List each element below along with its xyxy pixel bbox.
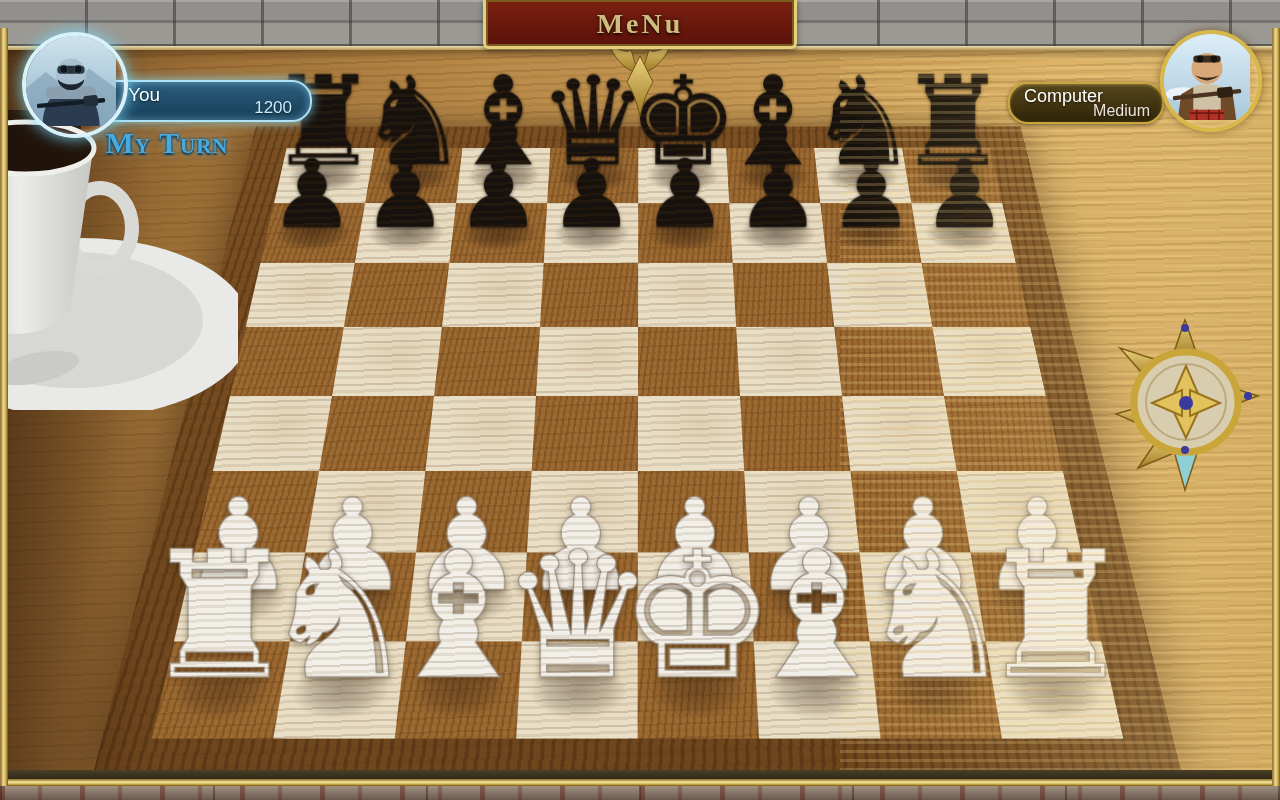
square-h5[interactable] (932, 327, 1046, 396)
piece-white-rook-h1[interactable]: ♜ (986, 641, 1124, 738)
gold-frame-bottom (0, 779, 1280, 786)
player-you-name: You (128, 84, 160, 106)
square-f6[interactable] (733, 263, 835, 327)
square-f5[interactable] (736, 327, 842, 396)
square-e6[interactable] (638, 263, 736, 327)
table-near-edge (0, 770, 1280, 779)
square-c4[interactable] (425, 396, 536, 471)
square-c6[interactable] (442, 263, 544, 327)
player-you-rating: 1200 (254, 98, 292, 118)
square-h4[interactable] (944, 396, 1063, 471)
game-scene: ♜♞♝♛♚♝♞♜♟♟♟♟♟♟♟♟♟♟♟♟♟♟♟♟♜♞♝♛♚♝♞♜ (0, 0, 1280, 800)
square-g6[interactable] (827, 263, 932, 327)
menu-button[interactable]: MeNu (483, 0, 797, 49)
gold-frame-left (0, 28, 8, 786)
square-g4[interactable] (842, 396, 957, 471)
menu-label: MeNu (486, 8, 794, 40)
player-you-avatar (22, 32, 128, 138)
gold-frame-right (1272, 28, 1280, 786)
square-a6[interactable] (246, 263, 355, 327)
compass-ornament (1108, 318, 1263, 493)
square-b4[interactable] (319, 396, 434, 471)
square-c5[interactable] (434, 327, 540, 396)
square-e4[interactable] (638, 396, 744, 471)
carved-table-band (0, 786, 1280, 800)
turn-indicator: My Turn (62, 126, 272, 160)
player-computer-difficulty: Medium (1093, 102, 1150, 120)
banner-ornament-icon (598, 40, 682, 118)
square-a5[interactable] (230, 327, 344, 396)
player-computer-pill: Computer Medium (1008, 82, 1164, 124)
player-computer-name: Computer (1024, 86, 1103, 107)
square-f4[interactable] (740, 396, 850, 471)
piece-black-pawn-h7[interactable]: ♟ (911, 203, 1015, 262)
square-d6[interactable] (540, 263, 638, 327)
square-e5[interactable] (638, 327, 740, 396)
chessboard: ♜♞♝♛♚♝♞♜♟♟♟♟♟♟♟♟♟♟♟♟♟♟♟♟♜♞♝♛♚♝♞♜ (91, 126, 1184, 781)
piece-glyph: ♜ (968, 528, 1144, 704)
square-g5[interactable] (834, 327, 944, 396)
square-d4[interactable] (532, 396, 638, 471)
square-b6[interactable] (344, 263, 449, 327)
square-b5[interactable] (332, 327, 442, 396)
square-h6[interactable] (921, 263, 1030, 327)
piece-glyph: ♟ (896, 146, 1033, 241)
square-d5[interactable] (536, 327, 638, 396)
player-computer-avatar (1160, 30, 1262, 132)
player-you-pill: You 1200 (96, 80, 312, 122)
